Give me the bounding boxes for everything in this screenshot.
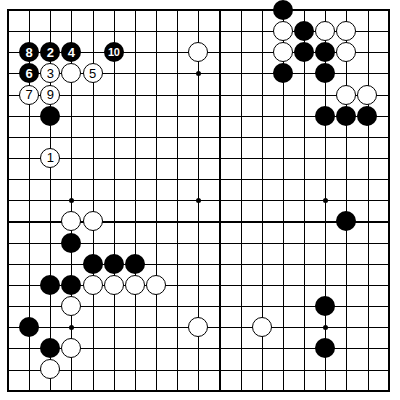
star-point: [69, 198, 74, 203]
star-point: [69, 325, 74, 330]
white-stone: [273, 42, 293, 62]
go-board-diagram: 12345678910: [0, 0, 400, 400]
white-stone: [315, 21, 335, 41]
black-stone: [294, 21, 314, 41]
black-stone: [125, 254, 145, 274]
white-stone: [61, 211, 81, 231]
black-stone: [40, 338, 60, 358]
white-stone: [336, 21, 356, 41]
star-point: [196, 71, 201, 76]
black-stone: [315, 106, 335, 126]
black-stone: [83, 254, 103, 274]
black-stone: [61, 275, 81, 295]
black-stone: [357, 106, 377, 126]
black-stone: [336, 211, 356, 231]
star-point: [323, 325, 328, 330]
white-stone: [273, 21, 293, 41]
white-stone-move-9: 9: [40, 85, 60, 105]
white-stone: [188, 42, 208, 62]
white-stone-move-5: 5: [83, 63, 103, 83]
black-stone: [315, 296, 335, 316]
black-stone-move-10: 10: [104, 42, 124, 62]
black-stone-move-6: 6: [19, 63, 39, 83]
black-stone: [273, 63, 293, 83]
black-stone: [19, 317, 39, 337]
black-stone: [336, 106, 356, 126]
black-stone-move-4: 4: [61, 42, 81, 62]
white-stone: [61, 338, 81, 358]
white-stone: [125, 275, 145, 295]
white-stone: [83, 211, 103, 231]
white-stone: [146, 275, 166, 295]
black-stone: [40, 275, 60, 295]
white-stone: [188, 317, 208, 337]
star-point: [196, 198, 201, 203]
black-stone: [40, 106, 60, 126]
white-stone: [336, 85, 356, 105]
black-stone: [315, 338, 335, 358]
white-stone: [83, 275, 103, 295]
white-stone-move-1: 1: [40, 148, 60, 168]
go-board: 12345678910: [0, 0, 399, 400]
black-stone: [315, 63, 335, 83]
white-stone: [336, 42, 356, 62]
white-stone-move-3: 3: [40, 63, 60, 83]
black-stone: [273, 0, 293, 20]
black-stone: [294, 42, 314, 62]
white-stone: [40, 359, 60, 379]
white-stone-move-7: 7: [19, 85, 39, 105]
black-stone-move-2: 2: [40, 42, 60, 62]
white-stone: [252, 317, 272, 337]
black-stone: [104, 254, 124, 274]
black-stone: [315, 42, 335, 62]
black-stone: [61, 233, 81, 253]
white-stone: [61, 296, 81, 316]
star-point: [323, 198, 328, 203]
white-stone: [104, 275, 124, 295]
black-stone-move-8: 8: [19, 42, 39, 62]
white-stone: [61, 63, 81, 83]
white-stone: [357, 85, 377, 105]
